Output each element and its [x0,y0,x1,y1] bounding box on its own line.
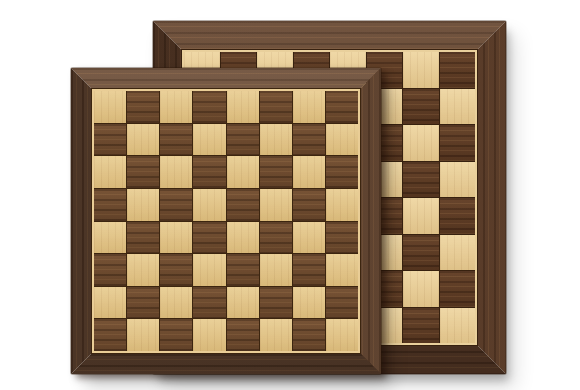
square [160,287,192,319]
square [260,319,292,351]
square [160,319,192,351]
front-chessboard [71,68,381,374]
square [193,319,225,351]
square [293,222,325,254]
square [127,91,159,123]
square [326,189,358,221]
square [440,198,476,234]
square [293,124,325,156]
square [127,319,159,351]
square [326,254,358,286]
square [193,287,225,319]
square [440,235,476,271]
square [403,52,439,88]
square [403,89,439,125]
square [160,222,192,254]
square [440,52,476,88]
square [326,287,358,319]
square [160,124,192,156]
square [94,319,126,351]
square [260,222,292,254]
square [260,91,292,123]
square [260,124,292,156]
square [227,156,259,188]
square [160,91,192,123]
square [440,308,476,344]
square [293,287,325,319]
square [127,222,159,254]
square [403,162,439,198]
square [293,254,325,286]
square [94,91,126,123]
square [193,91,225,123]
square [94,287,126,319]
square [227,124,259,156]
square [260,189,292,221]
square [127,124,159,156]
square [127,156,159,188]
square [193,254,225,286]
square [440,125,476,161]
square [227,189,259,221]
square [440,89,476,125]
front-board-grid [92,89,360,353]
square [94,189,126,221]
square [403,235,439,271]
square [94,124,126,156]
square [403,308,439,344]
square [227,254,259,286]
square [293,156,325,188]
square [293,91,325,123]
square [127,189,159,221]
square [94,156,126,188]
square [193,189,225,221]
square [94,254,126,286]
square [326,91,358,123]
square [293,189,325,221]
square [193,222,225,254]
square [193,124,225,156]
square [160,254,192,286]
square [326,319,358,351]
square [127,254,159,286]
square [403,125,439,161]
square [260,254,292,286]
square [160,189,192,221]
square [440,271,476,307]
square [227,222,259,254]
square [260,287,292,319]
square [227,319,259,351]
square [326,156,358,188]
square [403,271,439,307]
square [326,222,358,254]
square [440,162,476,198]
square [260,156,292,188]
square [193,156,225,188]
product-photo-scene [0,0,580,390]
square [160,156,192,188]
square [403,198,439,234]
square [94,222,126,254]
square [227,287,259,319]
square [227,91,259,123]
square [293,319,325,351]
square [127,287,159,319]
square [326,124,358,156]
